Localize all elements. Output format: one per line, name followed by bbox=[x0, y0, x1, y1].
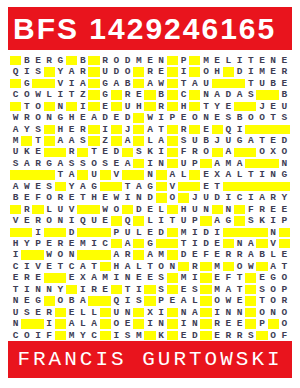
letter-cell: E bbox=[100, 284, 111, 295]
letter-cell: P bbox=[256, 318, 267, 329]
letter-cell: P bbox=[111, 227, 122, 238]
letter-cell: V bbox=[167, 181, 178, 192]
blank-cell bbox=[55, 181, 66, 192]
letter-cell: W bbox=[144, 112, 155, 123]
letter-cell: N bbox=[156, 158, 167, 169]
blank-cell bbox=[133, 238, 144, 249]
letter-cell: L bbox=[44, 89, 55, 100]
blank-cell bbox=[223, 261, 234, 272]
letter-cell: N bbox=[10, 318, 21, 329]
blank-cell bbox=[200, 295, 211, 306]
letter-cell: L bbox=[223, 55, 234, 66]
blank-cell bbox=[189, 55, 200, 66]
letter-cell: L bbox=[88, 307, 99, 318]
letter-cell: R bbox=[268, 192, 279, 203]
blank-cell bbox=[200, 318, 211, 329]
letter-cell: O bbox=[21, 89, 32, 100]
blank-cell bbox=[88, 66, 99, 77]
blank-cell bbox=[10, 78, 21, 89]
blank-cell bbox=[156, 169, 167, 180]
blank-cell bbox=[32, 78, 43, 89]
letter-cell: R bbox=[144, 66, 155, 77]
blank-cell bbox=[144, 295, 155, 306]
blank-cell bbox=[234, 147, 245, 158]
letter-cell: S bbox=[32, 124, 43, 135]
blank-cell bbox=[88, 249, 99, 260]
blank-cell bbox=[144, 284, 155, 295]
blank-cell bbox=[32, 318, 43, 329]
blank-cell bbox=[245, 272, 256, 283]
blank-cell bbox=[245, 147, 256, 158]
letter-cell: T bbox=[55, 169, 66, 180]
letter-cell: L bbox=[77, 318, 88, 329]
blank-cell bbox=[55, 272, 66, 283]
letter-cell: T bbox=[245, 55, 256, 66]
letter-cell: I bbox=[32, 330, 43, 341]
blank-cell bbox=[200, 215, 211, 226]
letter-cell: I bbox=[245, 192, 256, 203]
letter-cell: O bbox=[279, 318, 290, 329]
blank-cell bbox=[44, 124, 55, 135]
letter-cell: C bbox=[100, 238, 111, 249]
blank-cell bbox=[279, 124, 290, 135]
blank-cell bbox=[100, 295, 111, 306]
letter-cell: A bbox=[77, 295, 88, 306]
blank-cell bbox=[167, 227, 178, 238]
blank-cell bbox=[133, 135, 144, 146]
letter-cell: S bbox=[77, 135, 88, 146]
letter-cell: K bbox=[144, 147, 155, 158]
blank-cell bbox=[44, 227, 55, 238]
letter-cell: A bbox=[122, 238, 133, 249]
letter-cell: E bbox=[10, 272, 21, 283]
letter-cell: E bbox=[21, 215, 32, 226]
letter-cell: C bbox=[66, 261, 77, 272]
blank-cell bbox=[77, 147, 88, 158]
blank-cell bbox=[55, 307, 66, 318]
blank-cell bbox=[268, 158, 279, 169]
letter-cell: W bbox=[21, 181, 32, 192]
letter-cell: D bbox=[111, 147, 122, 158]
letter-cell: E bbox=[66, 238, 77, 249]
blank-cell bbox=[167, 249, 178, 260]
blank-cell bbox=[88, 124, 99, 135]
letter-cell: S bbox=[21, 307, 32, 318]
letter-cell: N bbox=[223, 307, 234, 318]
letter-cell: E bbox=[32, 272, 43, 283]
letter-cell: R bbox=[100, 55, 111, 66]
letter-cell: I bbox=[10, 249, 21, 260]
blank-cell bbox=[167, 66, 178, 77]
letter-cell: R bbox=[189, 147, 200, 158]
letter-cell: H bbox=[55, 124, 66, 135]
letter-cell: T bbox=[144, 261, 155, 272]
blank-cell bbox=[111, 181, 122, 192]
letter-cell: R bbox=[178, 124, 189, 135]
puzzle-grid: BERGBRODMENPMELITENEQISYARUDOREIOHDIMERG… bbox=[10, 55, 290, 341]
letter-cell: O bbox=[256, 307, 267, 318]
blank-cell bbox=[100, 249, 111, 260]
letter-cell: B bbox=[122, 78, 133, 89]
letter-cell: L bbox=[234, 169, 245, 180]
letter-cell: R bbox=[223, 330, 234, 341]
letter-cell: T bbox=[66, 89, 77, 100]
letter-cell: C bbox=[10, 89, 21, 100]
letter-cell: A bbox=[111, 78, 122, 89]
letter-cell: T bbox=[234, 284, 245, 295]
blank-cell bbox=[189, 169, 200, 180]
blank-cell bbox=[256, 89, 267, 100]
letter-cell: S bbox=[156, 272, 167, 283]
letter-cell: X bbox=[144, 307, 155, 318]
letter-cell: R bbox=[256, 204, 267, 215]
letter-cell: A bbox=[178, 295, 189, 306]
letter-cell: Y bbox=[279, 192, 290, 203]
blank-cell bbox=[245, 181, 256, 192]
letter-cell: O bbox=[32, 112, 43, 123]
letter-cell: N bbox=[200, 89, 211, 100]
letter-cell: E bbox=[144, 55, 155, 66]
blank-cell bbox=[245, 284, 256, 295]
letter-cell: U bbox=[200, 192, 211, 203]
letter-cell: R bbox=[122, 249, 133, 260]
letter-cell: O bbox=[88, 158, 99, 169]
blank-cell bbox=[167, 135, 178, 146]
letter-cell: A bbox=[144, 124, 155, 135]
letter-cell: S bbox=[77, 158, 88, 169]
letter-cell: S bbox=[32, 66, 43, 77]
letter-cell: N bbox=[156, 318, 167, 329]
letter-cell: H bbox=[178, 101, 189, 112]
letter-cell: C bbox=[10, 330, 21, 341]
letter-cell: C bbox=[88, 330, 99, 341]
letter-cell: O bbox=[44, 192, 55, 203]
letter-cell: M bbox=[178, 227, 189, 238]
letter-cell: D bbox=[200, 238, 211, 249]
letter-cell: O bbox=[55, 295, 66, 306]
letter-cell: P bbox=[279, 284, 290, 295]
letter-cell: Y bbox=[55, 284, 66, 295]
letter-cell: O bbox=[111, 55, 122, 66]
letter-cell: I bbox=[144, 318, 155, 329]
letter-cell: M bbox=[133, 330, 144, 341]
letter-cell: I bbox=[44, 318, 55, 329]
letter-cell: D bbox=[122, 55, 133, 66]
letter-cell: E bbox=[32, 55, 43, 66]
letter-cell: F bbox=[223, 272, 234, 283]
letter-cell: I bbox=[234, 124, 245, 135]
blank-cell bbox=[200, 330, 211, 341]
letter-cell: I bbox=[156, 147, 167, 158]
blank-cell bbox=[256, 181, 267, 192]
letter-cell: T bbox=[167, 215, 178, 226]
letter-cell: G bbox=[223, 215, 234, 226]
blank-cell bbox=[178, 181, 189, 192]
letter-cell: R bbox=[32, 215, 43, 226]
blank-cell bbox=[66, 284, 77, 295]
blank-cell bbox=[279, 181, 290, 192]
letter-cell: U bbox=[178, 215, 189, 226]
blank-cell bbox=[212, 78, 223, 89]
letter-cell: K bbox=[156, 330, 167, 341]
blank-cell bbox=[100, 169, 111, 180]
letter-cell: N bbox=[234, 307, 245, 318]
blank-cell bbox=[133, 169, 144, 180]
blank-cell bbox=[189, 181, 200, 192]
letter-cell: D bbox=[111, 66, 122, 77]
letter-cell: M bbox=[212, 261, 223, 272]
letter-cell: I bbox=[66, 215, 77, 226]
letter-cell: H bbox=[212, 66, 223, 77]
letter-cell: A bbox=[77, 78, 88, 89]
letter-cell: S bbox=[256, 284, 267, 295]
blank-cell bbox=[21, 169, 32, 180]
letter-cell: J bbox=[189, 192, 200, 203]
blank-cell bbox=[200, 284, 211, 295]
letter-cell: F bbox=[44, 330, 55, 341]
letter-cell: H bbox=[66, 112, 77, 123]
letter-cell: I bbox=[21, 261, 32, 272]
letter-cell: E bbox=[66, 307, 77, 318]
letter-cell: R bbox=[44, 307, 55, 318]
letter-cell: D bbox=[212, 192, 223, 203]
letter-cell: P bbox=[279, 215, 290, 226]
letter-cell: O bbox=[268, 330, 279, 341]
blank-cell bbox=[256, 158, 267, 169]
blank-cell bbox=[111, 124, 122, 135]
letter-cell: E bbox=[223, 101, 234, 112]
blank-cell bbox=[245, 227, 256, 238]
blank-cell bbox=[44, 66, 55, 77]
letter-cell: A bbox=[268, 261, 279, 272]
letter-cell: E bbox=[100, 101, 111, 112]
letter-cell: I bbox=[21, 66, 32, 77]
letter-cell: B bbox=[268, 78, 279, 89]
blank-cell bbox=[55, 318, 66, 329]
letter-cell: G bbox=[44, 158, 55, 169]
letter-cell: G bbox=[100, 78, 111, 89]
letter-cell: E bbox=[200, 124, 211, 135]
letter-cell: E bbox=[32, 147, 43, 158]
letter-cell: A bbox=[66, 318, 77, 329]
letter-cell: I bbox=[133, 284, 144, 295]
letter-cell: I bbox=[156, 215, 167, 226]
letter-cell: G bbox=[32, 295, 43, 306]
letter-cell: N bbox=[268, 307, 279, 318]
letter-cell: R bbox=[77, 66, 88, 77]
letter-cell: M bbox=[223, 158, 234, 169]
letter-cell: I bbox=[212, 227, 223, 238]
letter-cell: I bbox=[77, 101, 88, 112]
letter-cell: W bbox=[245, 261, 256, 272]
blank-cell bbox=[256, 227, 267, 238]
letter-cell: O bbox=[111, 318, 122, 329]
letter-cell: R bbox=[55, 238, 66, 249]
letter-cell: Y bbox=[55, 66, 66, 77]
letter-cell: A bbox=[212, 215, 223, 226]
letter-cell: N bbox=[167, 261, 178, 272]
blank-cell bbox=[10, 227, 21, 238]
letter-cell: A bbox=[10, 181, 21, 192]
letter-cell: T bbox=[245, 169, 256, 180]
blank-cell bbox=[133, 307, 144, 318]
blank-cell bbox=[133, 215, 144, 226]
blank-cell bbox=[167, 318, 178, 329]
letter-cell: E bbox=[234, 318, 245, 329]
letter-cell: U bbox=[189, 135, 200, 146]
letter-cell: N bbox=[268, 55, 279, 66]
blank-cell bbox=[100, 307, 111, 318]
blank-cell bbox=[189, 101, 200, 112]
letter-cell: I bbox=[189, 272, 200, 283]
blank-cell bbox=[189, 124, 200, 135]
letter-cell: M bbox=[178, 272, 189, 283]
letter-cell: S bbox=[10, 158, 21, 169]
letter-cell: R bbox=[212, 318, 223, 329]
letter-cell: Q bbox=[10, 66, 21, 77]
blank-cell bbox=[55, 227, 66, 238]
letter-cell: Y bbox=[77, 330, 88, 341]
letter-cell: D bbox=[223, 89, 234, 100]
letter-cell: I bbox=[256, 169, 267, 180]
letter-cell: Z bbox=[100, 135, 111, 146]
letter-cell: E bbox=[212, 55, 223, 66]
letter-cell: T bbox=[21, 101, 32, 112]
letter-cell: O bbox=[245, 112, 256, 123]
title-banner: BFS 1429246165 bbox=[8, 7, 292, 50]
letter-cell: I bbox=[245, 66, 256, 77]
letter-cell: D bbox=[200, 227, 211, 238]
blank-cell bbox=[223, 78, 234, 89]
blank-cell bbox=[223, 66, 234, 77]
blank-cell bbox=[256, 238, 267, 249]
letter-cell: R bbox=[21, 272, 32, 283]
letter-cell: T bbox=[256, 295, 267, 306]
blank-cell bbox=[256, 330, 267, 341]
letter-cell: N bbox=[55, 101, 66, 112]
letter-cell: H bbox=[111, 261, 122, 272]
letter-cell: A bbox=[111, 249, 122, 260]
blank-cell bbox=[144, 89, 155, 100]
letter-cell: A bbox=[245, 249, 256, 260]
letter-cell: E bbox=[167, 295, 178, 306]
blank-cell bbox=[111, 101, 122, 112]
letter-cell: I bbox=[122, 192, 133, 203]
blank-cell bbox=[77, 204, 88, 215]
blank-cell bbox=[234, 204, 245, 215]
blank-cell bbox=[144, 101, 155, 112]
letter-cell: T bbox=[122, 284, 133, 295]
blank-cell bbox=[32, 249, 43, 260]
letter-cell: F bbox=[245, 204, 256, 215]
blank-cell bbox=[212, 147, 223, 158]
letter-cell: S bbox=[133, 295, 144, 306]
letter-cell: U bbox=[122, 101, 133, 112]
letter-cell: I bbox=[55, 89, 66, 100]
letter-cell: I bbox=[100, 124, 111, 135]
letter-cell: G bbox=[88, 181, 99, 192]
letter-cell: E bbox=[223, 318, 234, 329]
blank-cell bbox=[156, 238, 167, 249]
blank-cell bbox=[55, 147, 66, 158]
blank-cell bbox=[167, 55, 178, 66]
letter-cell: E bbox=[279, 249, 290, 260]
blank-cell bbox=[44, 135, 55, 146]
letter-cell: I bbox=[21, 284, 32, 295]
blank-cell bbox=[133, 318, 144, 329]
letter-cell: B bbox=[200, 135, 211, 146]
letter-cell: D bbox=[122, 112, 133, 123]
letter-cell: B bbox=[279, 89, 290, 100]
letter-cell: U bbox=[223, 135, 234, 146]
letter-cell: N bbox=[10, 295, 21, 306]
letter-cell: Y bbox=[66, 181, 77, 192]
letter-cell: E bbox=[111, 158, 122, 169]
author-banner: FRANCIS GURTOWSKI bbox=[8, 341, 292, 378]
letter-cell: E bbox=[212, 272, 223, 283]
blank-cell bbox=[21, 227, 32, 238]
blank-cell bbox=[133, 249, 144, 260]
blank-cell bbox=[10, 101, 21, 112]
letter-cell: A bbox=[223, 147, 234, 158]
blank-cell bbox=[234, 101, 245, 112]
letter-cell: O bbox=[279, 147, 290, 158]
blank-cell bbox=[44, 101, 55, 112]
letter-cell: I bbox=[189, 227, 200, 238]
letter-cell: U bbox=[111, 307, 122, 318]
letter-cell: E bbox=[144, 227, 155, 238]
letter-cell: E bbox=[256, 272, 267, 283]
letter-cell: T bbox=[178, 238, 189, 249]
letter-cell: H bbox=[10, 238, 21, 249]
letter-cell: S bbox=[44, 181, 55, 192]
blank-cell bbox=[223, 181, 234, 192]
letter-cell: A bbox=[88, 272, 99, 283]
letter-cell: O bbox=[279, 272, 290, 283]
letter-cell: T bbox=[279, 261, 290, 272]
letter-cell: M bbox=[212, 284, 223, 295]
letter-cell: S bbox=[189, 284, 200, 295]
letter-cell: S bbox=[223, 112, 234, 123]
letter-cell: D bbox=[100, 112, 111, 123]
letter-cell: S bbox=[100, 158, 111, 169]
letter-cell: N bbox=[234, 238, 245, 249]
letter-cell: T bbox=[256, 135, 267, 146]
blank-cell bbox=[44, 147, 55, 158]
letter-cell: G bbox=[55, 55, 66, 66]
letter-cell: O bbox=[234, 261, 245, 272]
letter-cell: E bbox=[32, 307, 43, 318]
letter-cell: P bbox=[156, 295, 167, 306]
letter-cell: O bbox=[268, 295, 279, 306]
letter-cell: R bbox=[88, 284, 99, 295]
letter-cell: N bbox=[32, 284, 43, 295]
blank-cell bbox=[77, 249, 88, 260]
letter-cell: O bbox=[122, 66, 133, 77]
letter-cell: A bbox=[10, 124, 21, 135]
letter-cell: B bbox=[77, 55, 88, 66]
letter-cell: J bbox=[212, 135, 223, 146]
letter-cell: Y bbox=[212, 101, 223, 112]
letter-cell: W bbox=[44, 249, 55, 260]
letter-cell: W bbox=[223, 295, 234, 306]
letter-cell: L bbox=[133, 261, 144, 272]
letter-cell: U bbox=[55, 204, 66, 215]
letter-cell: A bbox=[122, 261, 133, 272]
letter-cell: I bbox=[212, 307, 223, 318]
letter-cell: A bbox=[122, 135, 133, 146]
letter-cell: I bbox=[111, 330, 122, 341]
